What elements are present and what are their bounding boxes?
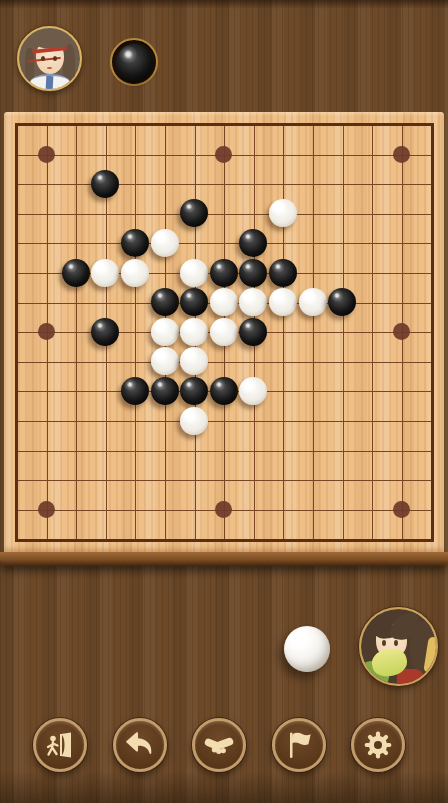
white-stone (151, 318, 179, 346)
opponent-stone-indicator (110, 38, 158, 86)
white-stone (121, 259, 149, 287)
player-avatar-art (382, 640, 386, 646)
white-stone (180, 259, 208, 287)
star-point (393, 501, 410, 518)
black-stone (62, 259, 90, 287)
white-stone (151, 347, 179, 375)
board-edge (0, 552, 448, 566)
settings-button[interactable] (351, 718, 405, 772)
star-point (393, 323, 410, 340)
opponent-avatar-art (53, 56, 57, 61)
black-stone (151, 288, 179, 316)
black-stone (180, 377, 208, 405)
black-stone (121, 377, 149, 405)
star-point (38, 323, 55, 340)
black-stone (269, 259, 297, 287)
flag-icon (283, 729, 315, 761)
black-stone (151, 377, 179, 405)
black-stone (121, 229, 149, 257)
white-stone (210, 318, 238, 346)
white-stone (151, 229, 179, 257)
opponent-avatar-art (41, 56, 45, 61)
resign-button[interactable] (272, 718, 326, 772)
white-stone (180, 318, 208, 346)
undo-icon (124, 729, 156, 761)
opponent-avatar-art (47, 67, 52, 69)
opponent-avatar[interactable] (17, 26, 82, 91)
black-stone (239, 259, 267, 287)
toolbar (0, 718, 448, 772)
board-grid[interactable] (17, 125, 432, 540)
white-stone (299, 288, 327, 316)
black-stone (180, 288, 208, 316)
gear-icon (362, 729, 394, 761)
star-point (393, 146, 410, 163)
star-point (38, 146, 55, 163)
black-stone (91, 170, 119, 198)
black-stone (328, 288, 356, 316)
handshake-icon (203, 729, 235, 761)
game-screen (0, 0, 448, 803)
white-stone (269, 288, 297, 316)
white-stone (210, 288, 238, 316)
black-stone (91, 318, 119, 346)
player-avatar[interactable] (359, 607, 438, 686)
star-point (215, 501, 232, 518)
board-slab (4, 112, 444, 566)
opponent-avatar-art (46, 76, 54, 90)
black-stone (239, 318, 267, 346)
white-stone (180, 407, 208, 435)
star-point (38, 501, 55, 518)
black-stone (239, 229, 267, 257)
player-avatar-art (394, 640, 398, 646)
star-point (215, 146, 232, 163)
exit-button[interactable] (33, 718, 87, 772)
white-stone (239, 377, 267, 405)
player-stone-indicator (284, 626, 330, 672)
black-stone-icon (116, 44, 153, 81)
undo-button[interactable] (113, 718, 167, 772)
board-face (4, 112, 444, 552)
black-stone (210, 259, 238, 287)
white-stone (269, 199, 297, 227)
exit-icon (44, 729, 76, 761)
white-stone (91, 259, 119, 287)
black-stone (210, 377, 238, 405)
draw-button[interactable] (192, 718, 246, 772)
